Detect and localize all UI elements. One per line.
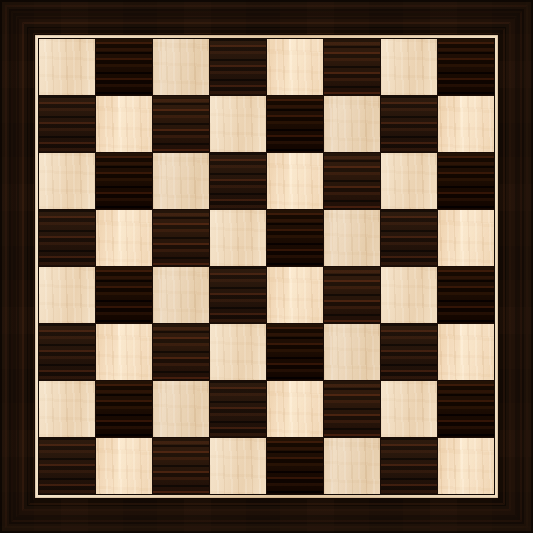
square-a1[interactable] xyxy=(39,438,95,494)
square-a7[interactable] xyxy=(39,96,95,152)
square-d8[interactable] xyxy=(210,39,266,95)
chess-board-photo xyxy=(0,0,533,533)
square-h4[interactable] xyxy=(438,267,494,323)
square-f8[interactable] xyxy=(324,39,380,95)
square-g5[interactable] xyxy=(381,210,437,266)
square-e1[interactable] xyxy=(267,438,323,494)
square-b8[interactable] xyxy=(96,39,152,95)
square-e8[interactable] xyxy=(267,39,323,95)
frame-top-rail xyxy=(0,0,533,35)
chess-board-grid xyxy=(38,38,495,495)
maple-inlay-line xyxy=(35,35,498,498)
square-h8[interactable] xyxy=(438,39,494,95)
board-frame xyxy=(0,0,533,533)
square-b1[interactable] xyxy=(96,438,152,494)
square-a5[interactable] xyxy=(39,210,95,266)
square-a2[interactable] xyxy=(39,381,95,437)
square-c6[interactable] xyxy=(153,153,209,209)
square-g8[interactable] xyxy=(381,39,437,95)
square-h5[interactable] xyxy=(438,210,494,266)
square-f5[interactable] xyxy=(324,210,380,266)
square-c1[interactable] xyxy=(153,438,209,494)
square-c2[interactable] xyxy=(153,381,209,437)
square-e3[interactable] xyxy=(267,324,323,380)
square-h6[interactable] xyxy=(438,153,494,209)
square-d5[interactable] xyxy=(210,210,266,266)
square-d7[interactable] xyxy=(210,96,266,152)
square-c3[interactable] xyxy=(153,324,209,380)
square-e4[interactable] xyxy=(267,267,323,323)
square-c5[interactable] xyxy=(153,210,209,266)
square-f6[interactable] xyxy=(324,153,380,209)
frame-left-rail xyxy=(0,0,35,533)
square-a4[interactable] xyxy=(39,267,95,323)
square-a8[interactable] xyxy=(39,39,95,95)
frame-bottom-rail xyxy=(0,498,533,533)
square-b7[interactable] xyxy=(96,96,152,152)
square-c8[interactable] xyxy=(153,39,209,95)
square-b5[interactable] xyxy=(96,210,152,266)
square-g6[interactable] xyxy=(381,153,437,209)
square-g4[interactable] xyxy=(381,267,437,323)
frame-right-rail xyxy=(498,0,533,533)
square-d1[interactable] xyxy=(210,438,266,494)
square-b4[interactable] xyxy=(96,267,152,323)
square-b6[interactable] xyxy=(96,153,152,209)
square-f2[interactable] xyxy=(324,381,380,437)
square-d6[interactable] xyxy=(210,153,266,209)
square-h2[interactable] xyxy=(438,381,494,437)
square-b2[interactable] xyxy=(96,381,152,437)
square-a6[interactable] xyxy=(39,153,95,209)
square-d4[interactable] xyxy=(210,267,266,323)
square-f4[interactable] xyxy=(324,267,380,323)
square-f7[interactable] xyxy=(324,96,380,152)
square-d2[interactable] xyxy=(210,381,266,437)
square-e6[interactable] xyxy=(267,153,323,209)
square-g3[interactable] xyxy=(381,324,437,380)
square-e2[interactable] xyxy=(267,381,323,437)
square-f1[interactable] xyxy=(324,438,380,494)
square-h1[interactable] xyxy=(438,438,494,494)
square-e7[interactable] xyxy=(267,96,323,152)
square-g1[interactable] xyxy=(381,438,437,494)
square-g7[interactable] xyxy=(381,96,437,152)
square-c7[interactable] xyxy=(153,96,209,152)
square-h3[interactable] xyxy=(438,324,494,380)
square-e5[interactable] xyxy=(267,210,323,266)
square-g2[interactable] xyxy=(381,381,437,437)
square-f3[interactable] xyxy=(324,324,380,380)
square-h7[interactable] xyxy=(438,96,494,152)
square-d3[interactable] xyxy=(210,324,266,380)
square-b3[interactable] xyxy=(96,324,152,380)
square-a3[interactable] xyxy=(39,324,95,380)
square-c4[interactable] xyxy=(153,267,209,323)
